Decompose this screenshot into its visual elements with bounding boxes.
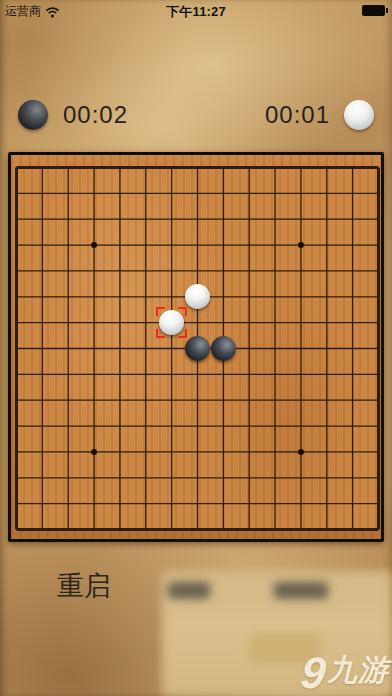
black-clock: 00:02	[63, 101, 128, 129]
black-stone-H8	[185, 336, 210, 361]
9game-logo-icon: 9	[299, 655, 327, 691]
9game-logo-text: 九游	[327, 650, 389, 691]
star-point	[298, 449, 304, 455]
white-player: 00:01	[265, 100, 374, 130]
white-clock: 00:01	[265, 101, 330, 129]
white-stone-icon	[344, 100, 374, 130]
star-point	[298, 242, 304, 248]
last-move-marker	[156, 307, 187, 338]
app-screen: 运营商 下午11:27 00:02 00:01 重启 9 九游	[0, 0, 392, 696]
restart-button[interactable]: 重启	[57, 568, 111, 604]
9game-watermark: 9 九游	[301, 650, 389, 691]
star-point	[91, 449, 97, 455]
star-point	[91, 242, 97, 248]
black-stone-I8	[211, 336, 236, 361]
black-stone-icon	[18, 100, 48, 130]
white-stone-G9	[159, 310, 184, 335]
clock-time: 下午11:27	[0, 3, 392, 21]
player-bar: 00:02 00:01	[0, 95, 392, 135]
battery-icon	[362, 5, 385, 16]
gomoku-board[interactable]	[8, 152, 384, 542]
board-grid[interactable]	[15, 166, 380, 531]
status-bar: 运营商 下午11:27	[0, 0, 392, 20]
black-player: 00:02	[18, 100, 128, 130]
blurred-item	[274, 582, 328, 599]
blurred-item	[168, 582, 210, 599]
